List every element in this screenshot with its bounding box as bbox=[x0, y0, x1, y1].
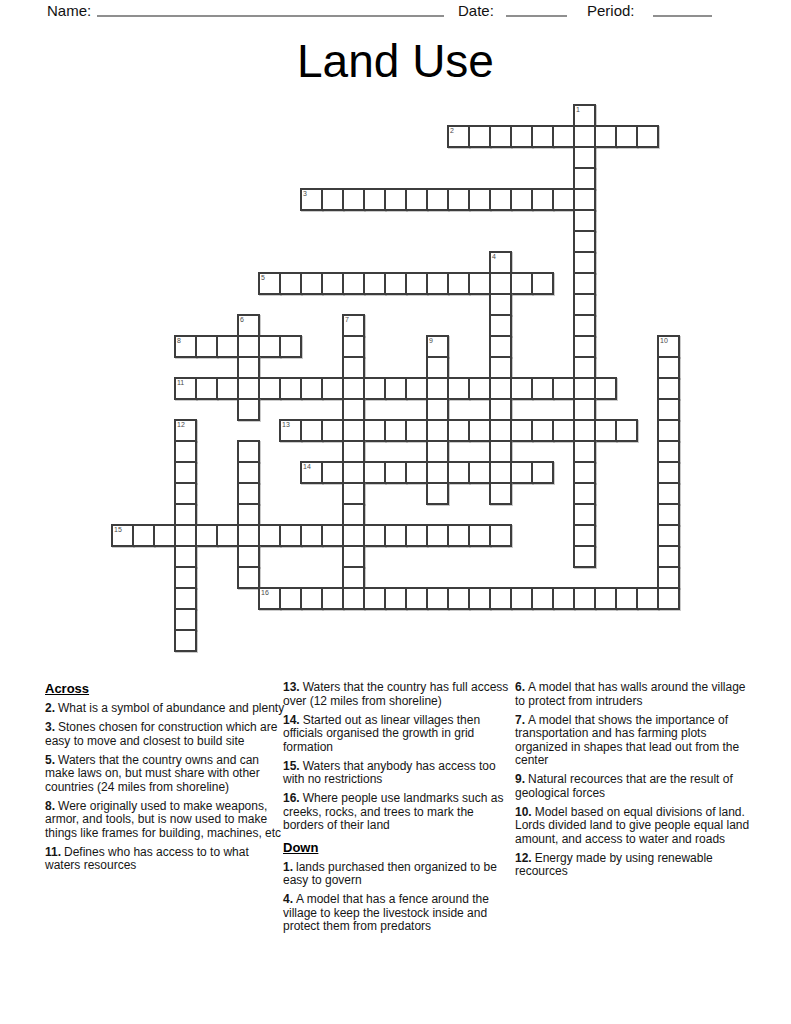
grid-cell[interactable] bbox=[342, 335, 365, 358]
grid-cell[interactable] bbox=[195, 377, 218, 400]
grid-cell[interactable] bbox=[342, 419, 365, 442]
grid-cell[interactable] bbox=[237, 545, 260, 568]
grid-cell[interactable] bbox=[552, 125, 575, 148]
grid-cell[interactable] bbox=[363, 419, 386, 442]
grid-cell[interactable] bbox=[594, 125, 617, 148]
grid-cell[interactable] bbox=[468, 188, 491, 211]
grid-cell[interactable] bbox=[426, 356, 449, 379]
clue-down-1: 1.lands purchased then organized to be e… bbox=[283, 861, 511, 888]
grid-cell[interactable] bbox=[531, 125, 554, 148]
clue-across-15: 15.Waters that anybody has access too wi… bbox=[283, 760, 511, 787]
grid-cell[interactable] bbox=[237, 356, 260, 379]
grid-cell[interactable] bbox=[174, 482, 197, 505]
grid-cell[interactable] bbox=[573, 461, 596, 484]
grid-cell[interactable] bbox=[657, 419, 680, 442]
clue-number: 12. bbox=[515, 851, 532, 865]
clue-text: Were originally used to make weapons, ar… bbox=[45, 799, 281, 840]
grid-cell[interactable] bbox=[405, 524, 428, 547]
grid-cell[interactable] bbox=[342, 503, 365, 526]
grid-cell[interactable] bbox=[405, 188, 428, 211]
clue-number: 11 bbox=[177, 379, 184, 387]
grid-cell[interactable] bbox=[216, 377, 239, 400]
grid-cell[interactable] bbox=[426, 188, 449, 211]
grid-cell[interactable] bbox=[657, 398, 680, 421]
name-blank-line[interactable] bbox=[97, 15, 444, 17]
grid-cell[interactable] bbox=[174, 524, 197, 547]
clue-number: 13. bbox=[283, 680, 300, 694]
grid-cell[interactable] bbox=[573, 230, 596, 253]
grid-cell[interactable] bbox=[384, 524, 407, 547]
grid-cell[interactable] bbox=[447, 461, 470, 484]
grid-cell[interactable] bbox=[489, 272, 512, 295]
name-label: Name: bbox=[47, 2, 91, 19]
grid-cell[interactable] bbox=[510, 461, 533, 484]
clue-number: 9 bbox=[429, 337, 433, 345]
grid-cell[interactable] bbox=[573, 482, 596, 505]
grid-cell[interactable] bbox=[531, 587, 554, 610]
clue-text: What is a symbol of abundance and plenty bbox=[58, 701, 284, 715]
down-heading: Down bbox=[283, 840, 511, 855]
grid-cell[interactable] bbox=[657, 356, 680, 379]
grid-cell[interactable]: 9 bbox=[426, 335, 449, 358]
grid-cell[interactable] bbox=[531, 377, 554, 400]
clue-across-5: 5.Waters that the country owns and can m… bbox=[45, 754, 285, 795]
grid-cell[interactable] bbox=[342, 377, 365, 400]
grid-cell[interactable] bbox=[489, 188, 512, 211]
grid-cell[interactable] bbox=[573, 272, 596, 295]
grid-cell[interactable] bbox=[594, 377, 617, 400]
clue-across-3: 3.Stones chosen for construction which a… bbox=[45, 721, 285, 748]
grid-cell[interactable] bbox=[237, 524, 260, 547]
grid-cell[interactable] bbox=[573, 524, 596, 547]
grid-cell[interactable] bbox=[489, 335, 512, 358]
grid-cell[interactable] bbox=[552, 377, 575, 400]
grid-cell[interactable] bbox=[468, 125, 491, 148]
grid-cell[interactable]: 4 bbox=[489, 251, 512, 274]
grid-cell[interactable] bbox=[426, 377, 449, 400]
clue-number: 14. bbox=[283, 713, 300, 727]
grid-cell[interactable] bbox=[489, 293, 512, 316]
grid-cell[interactable] bbox=[237, 566, 260, 589]
grid-cell[interactable] bbox=[489, 587, 512, 610]
grid-cell[interactable] bbox=[573, 356, 596, 379]
grid-cell[interactable] bbox=[426, 398, 449, 421]
clue-down-6: 6.A model that has walls around the vill… bbox=[515, 681, 757, 708]
clues-column-3: 6.A model that has walls around the vill… bbox=[515, 681, 757, 884]
clue-number: 5 bbox=[261, 274, 265, 282]
grid-cell[interactable] bbox=[510, 125, 533, 148]
grid-cell[interactable]: 16 bbox=[258, 587, 281, 610]
grid-cell[interactable] bbox=[510, 377, 533, 400]
grid-cell[interactable]: 7 bbox=[342, 314, 365, 337]
clue-text: Energy made by using renewable recources bbox=[515, 851, 713, 879]
grid-cell[interactable] bbox=[384, 272, 407, 295]
grid-cell[interactable] bbox=[447, 377, 470, 400]
grid-cell[interactable] bbox=[573, 146, 596, 169]
grid-cell[interactable] bbox=[489, 482, 512, 505]
grid-cell[interactable] bbox=[636, 125, 659, 148]
grid-cell[interactable] bbox=[174, 587, 197, 610]
grid-cell[interactable] bbox=[468, 461, 491, 484]
grid-cell[interactable] bbox=[300, 272, 323, 295]
grid-cell[interactable] bbox=[657, 377, 680, 400]
grid-cell[interactable] bbox=[468, 524, 491, 547]
grid-cell[interactable] bbox=[174, 440, 197, 463]
clue-text: Model based on equal divisions of land. … bbox=[515, 805, 749, 846]
grid-cell[interactable] bbox=[132, 524, 155, 547]
grid-cell[interactable] bbox=[384, 419, 407, 442]
grid-cell[interactable] bbox=[237, 377, 260, 400]
grid-cell[interactable] bbox=[489, 356, 512, 379]
period-blank-line[interactable] bbox=[653, 15, 712, 17]
grid-cell[interactable] bbox=[489, 524, 512, 547]
grid-cell[interactable] bbox=[489, 440, 512, 463]
grid-cell[interactable] bbox=[426, 482, 449, 505]
grid-cell[interactable] bbox=[510, 419, 533, 442]
grid-cell[interactable] bbox=[237, 461, 260, 484]
grid-cell[interactable]: 1 bbox=[573, 104, 596, 127]
clue-across-14: 14.Started out as linear villages then o… bbox=[283, 714, 511, 755]
clue-number: 4 bbox=[492, 253, 496, 261]
clue-text: A model that has walls around the villag… bbox=[515, 680, 745, 708]
clue-number: 14 bbox=[303, 463, 311, 471]
clue-text: lands purchased then organized to be eas… bbox=[283, 860, 497, 888]
clue-number: 7. bbox=[515, 713, 525, 727]
grid-cell[interactable] bbox=[342, 524, 365, 547]
grid-cell[interactable] bbox=[489, 314, 512, 337]
clue-number: 3 bbox=[303, 190, 307, 198]
clue-text: Waters that the country owns and can mak… bbox=[45, 753, 260, 794]
grid-cell[interactable] bbox=[279, 377, 302, 400]
grid-cell[interactable] bbox=[573, 440, 596, 463]
grid-cell[interactable] bbox=[321, 377, 344, 400]
clue-number: 1. bbox=[283, 860, 293, 874]
grid-cell[interactable] bbox=[174, 503, 197, 526]
grid-cell[interactable] bbox=[447, 587, 470, 610]
grid-cell[interactable] bbox=[510, 587, 533, 610]
grid-cell[interactable] bbox=[489, 398, 512, 421]
grid-cell[interactable] bbox=[342, 398, 365, 421]
grid-cell[interactable]: 11 bbox=[174, 377, 197, 400]
grid-cell[interactable] bbox=[531, 461, 554, 484]
grid-cell[interactable] bbox=[216, 335, 239, 358]
grid-cell[interactable] bbox=[300, 377, 323, 400]
clue-number: 10 bbox=[660, 337, 668, 345]
clue-number: 3. bbox=[45, 720, 55, 734]
grid-cell[interactable] bbox=[573, 419, 596, 442]
clue-number: 16. bbox=[283, 791, 300, 805]
grid-cell[interactable] bbox=[174, 461, 197, 484]
grid-cell[interactable]: 15 bbox=[111, 524, 134, 547]
date-blank-line[interactable] bbox=[506, 15, 567, 17]
grid-cell[interactable] bbox=[174, 608, 197, 631]
grid-cell[interactable] bbox=[657, 566, 680, 589]
grid-cell[interactable]: 13 bbox=[279, 419, 302, 442]
grid-cell[interactable] bbox=[468, 587, 491, 610]
grid-cell[interactable] bbox=[237, 398, 260, 421]
grid-cell[interactable] bbox=[405, 587, 428, 610]
clue-number: 12 bbox=[177, 421, 185, 429]
grid-cell[interactable] bbox=[321, 587, 344, 610]
grid-cell[interactable] bbox=[195, 335, 218, 358]
grid-cell[interactable]: 14 bbox=[300, 461, 323, 484]
period-label: Period: bbox=[587, 2, 635, 19]
grid-cell[interactable] bbox=[258, 335, 281, 358]
grid-cell[interactable] bbox=[279, 524, 302, 547]
grid-cell[interactable] bbox=[489, 125, 512, 148]
grid-cell[interactable] bbox=[342, 461, 365, 484]
date-label: Date: bbox=[458, 2, 494, 19]
grid-cell[interactable]: 2 bbox=[447, 125, 470, 148]
grid-cell[interactable] bbox=[510, 272, 533, 295]
grid-cell[interactable] bbox=[363, 188, 386, 211]
grid-cell[interactable] bbox=[510, 188, 533, 211]
clue-number: 2 bbox=[450, 127, 454, 135]
grid-cell[interactable] bbox=[447, 188, 470, 211]
grid-cell[interactable] bbox=[258, 524, 281, 547]
grid-cell[interactable] bbox=[552, 188, 575, 211]
grid-cell[interactable] bbox=[174, 566, 197, 589]
grid-cell[interactable] bbox=[174, 629, 197, 652]
grid-cell[interactable] bbox=[573, 125, 596, 148]
grid-cell[interactable] bbox=[573, 545, 596, 568]
grid-cell[interactable] bbox=[384, 188, 407, 211]
grid-cell[interactable] bbox=[279, 587, 302, 610]
grid-cell[interactable] bbox=[573, 377, 596, 400]
grid-cell[interactable] bbox=[237, 440, 260, 463]
clue-text: Waters that anybody has access too with … bbox=[283, 759, 496, 787]
grid-cell[interactable] bbox=[573, 587, 596, 610]
grid-cell[interactable] bbox=[321, 461, 344, 484]
grid-cell[interactable] bbox=[573, 503, 596, 526]
grid-cell[interactable] bbox=[657, 440, 680, 463]
grid-cell[interactable]: 6 bbox=[237, 314, 260, 337]
clue-text: Defines who has access to to what waters… bbox=[45, 845, 249, 873]
grid-cell[interactable] bbox=[573, 167, 596, 190]
grid-cell[interactable] bbox=[300, 524, 323, 547]
grid-cell[interactable] bbox=[426, 461, 449, 484]
grid-cell[interactable] bbox=[573, 188, 596, 211]
grid-cell[interactable] bbox=[405, 461, 428, 484]
grid-cell[interactable] bbox=[405, 377, 428, 400]
grid-cell[interactable] bbox=[552, 587, 575, 610]
grid-cell[interactable] bbox=[363, 377, 386, 400]
clue-text: Natural recources that are the result of… bbox=[515, 772, 733, 800]
crossword-grid: 12345678910111213141516 bbox=[112, 105, 680, 652]
grid-cell[interactable] bbox=[531, 188, 554, 211]
grid-cell[interactable] bbox=[447, 524, 470, 547]
grid-cell[interactable] bbox=[300, 419, 323, 442]
grid-cell[interactable] bbox=[279, 335, 302, 358]
clue-number: 9. bbox=[515, 772, 525, 786]
clue-number: 1 bbox=[576, 106, 580, 114]
clue-number: 15 bbox=[114, 526, 122, 534]
grid-cell[interactable] bbox=[342, 587, 365, 610]
clue-across-2: 2.What is a symbol of abundance and plen… bbox=[45, 702, 285, 716]
grid-cell[interactable] bbox=[657, 524, 680, 547]
clue-text: Where people use landmarks such as creek… bbox=[283, 791, 503, 832]
grid-cell[interactable] bbox=[405, 419, 428, 442]
clue-text: Waters that the country has full access … bbox=[283, 680, 508, 708]
grid-cell[interactable] bbox=[342, 440, 365, 463]
clue-number: 2. bbox=[45, 701, 55, 715]
across-heading: Across bbox=[45, 681, 285, 696]
grid-cell[interactable] bbox=[531, 419, 554, 442]
grid-cell[interactable] bbox=[258, 377, 281, 400]
clue-number: 6 bbox=[240, 316, 244, 324]
grid-cell[interactable]: 3 bbox=[300, 188, 323, 211]
grid-cell[interactable] bbox=[342, 545, 365, 568]
grid-cell[interactable] bbox=[657, 461, 680, 484]
grid-cell[interactable] bbox=[363, 461, 386, 484]
grid-cell[interactable] bbox=[573, 251, 596, 274]
clue-number: 16 bbox=[261, 589, 269, 597]
grid-cell[interactable] bbox=[594, 587, 617, 610]
grid-cell[interactable] bbox=[552, 419, 575, 442]
clues-column-1: Across 2.What is a symbol of abundance a… bbox=[45, 681, 285, 878]
clue-across-11: 11.Defines who has access to to what wat… bbox=[45, 846, 285, 873]
grid-cell[interactable] bbox=[615, 419, 638, 442]
grid-cell[interactable] bbox=[426, 272, 449, 295]
grid-cell[interactable] bbox=[153, 524, 176, 547]
grid-cell[interactable]: 10 bbox=[657, 335, 680, 358]
clue-number: 15. bbox=[283, 759, 300, 773]
worksheet-page: Name: Date: Period: Land Use 12345678910… bbox=[0, 0, 791, 1024]
grid-cell[interactable] bbox=[321, 524, 344, 547]
grid-cell[interactable] bbox=[237, 335, 260, 358]
clue-across-8: 8.Were originally used to make weapons, … bbox=[45, 800, 285, 841]
clues-column-2: 13.Waters that the country has full acce… bbox=[283, 681, 511, 939]
clue-number: 8 bbox=[177, 337, 181, 345]
grid-cell[interactable] bbox=[321, 188, 344, 211]
clue-number: 5. bbox=[45, 753, 55, 767]
grid-cell[interactable] bbox=[615, 125, 638, 148]
grid-cell[interactable] bbox=[321, 419, 344, 442]
clue-number: 13 bbox=[282, 421, 290, 429]
grid-cell[interactable] bbox=[447, 419, 470, 442]
grid-cell[interactable] bbox=[468, 377, 491, 400]
clue-text: A model that has a fence around the vill… bbox=[283, 892, 489, 933]
grid-cell[interactable] bbox=[342, 356, 365, 379]
clue-down-10: 10.Model based on equal divisions of lan… bbox=[515, 806, 757, 847]
grid-cell[interactable] bbox=[384, 587, 407, 610]
grid-cell[interactable] bbox=[216, 524, 239, 547]
clue-across-13: 13.Waters that the country has full acce… bbox=[283, 681, 511, 708]
grid-cell[interactable] bbox=[174, 545, 197, 568]
clue-number: 6. bbox=[515, 680, 525, 694]
grid-cell[interactable] bbox=[237, 503, 260, 526]
grid-cell[interactable] bbox=[426, 440, 449, 463]
clue-down-9: 9.Natural recources that are the result … bbox=[515, 773, 757, 800]
clue-number: 7 bbox=[345, 316, 349, 324]
grid-cell[interactable] bbox=[573, 398, 596, 421]
grid-cell[interactable] bbox=[489, 419, 512, 442]
grid-cell[interactable] bbox=[447, 272, 470, 295]
grid-cell[interactable] bbox=[384, 377, 407, 400]
grid-cell[interactable] bbox=[657, 503, 680, 526]
clue-down-4: 4.A model that has a fence around the vi… bbox=[283, 893, 511, 934]
grid-cell[interactable] bbox=[615, 587, 638, 610]
grid-cell[interactable] bbox=[573, 209, 596, 232]
clue-text: Stones chosen for construction which are… bbox=[45, 720, 277, 748]
grid-cell[interactable] bbox=[657, 482, 680, 505]
grid-cell[interactable] bbox=[300, 587, 323, 610]
grid-cell[interactable] bbox=[531, 272, 554, 295]
grid-cell[interactable] bbox=[363, 524, 386, 547]
grid-cell[interactable]: 5 bbox=[258, 272, 281, 295]
grid-cell[interactable] bbox=[342, 188, 365, 211]
grid-cell[interactable] bbox=[321, 272, 344, 295]
grid-cell[interactable] bbox=[657, 545, 680, 568]
grid-cell[interactable] bbox=[636, 587, 659, 610]
clue-number: 11. bbox=[45, 845, 61, 859]
grid-cell[interactable] bbox=[363, 272, 386, 295]
grid-cell[interactable] bbox=[426, 419, 449, 442]
grid-cell[interactable] bbox=[657, 587, 680, 610]
grid-cell[interactable] bbox=[195, 524, 218, 547]
grid-cell[interactable] bbox=[468, 419, 491, 442]
grid-cell[interactable] bbox=[342, 482, 365, 505]
grid-cell[interactable] bbox=[489, 377, 512, 400]
grid-cell[interactable] bbox=[342, 272, 365, 295]
clue-number: 8. bbox=[45, 799, 55, 813]
page-title: Land Use bbox=[0, 34, 791, 88]
grid-cell[interactable] bbox=[573, 293, 596, 316]
grid-cell[interactable] bbox=[237, 482, 260, 505]
grid-cell[interactable]: 12 bbox=[174, 419, 197, 442]
grid-cell[interactable] bbox=[405, 272, 428, 295]
grid-cell[interactable] bbox=[384, 461, 407, 484]
clue-down-12: 12.Energy made by using renewable recour… bbox=[515, 852, 757, 879]
grid-cell[interactable]: 8 bbox=[174, 335, 197, 358]
grid-cell[interactable] bbox=[594, 419, 617, 442]
clue-text: Started out as linear villages then offi… bbox=[283, 713, 480, 754]
grid-cell[interactable] bbox=[426, 587, 449, 610]
grid-cell[interactable] bbox=[342, 566, 365, 589]
grid-cell[interactable] bbox=[489, 461, 512, 484]
clue-across-16: 16.Where people use landmarks such as cr… bbox=[283, 792, 511, 833]
clue-number: 4. bbox=[283, 892, 293, 906]
clue-down-7: 7.A model that shows the importance of t… bbox=[515, 714, 757, 768]
clue-text: A model that shows the importance of tra… bbox=[515, 713, 739, 768]
grid-cell[interactable] bbox=[573, 314, 596, 337]
clue-number: 10. bbox=[515, 805, 532, 819]
grid-cell[interactable] bbox=[468, 272, 491, 295]
grid-cell[interactable] bbox=[573, 335, 596, 358]
grid-cell[interactable] bbox=[426, 524, 449, 547]
grid-cell[interactable] bbox=[363, 587, 386, 610]
grid-cell[interactable] bbox=[279, 272, 302, 295]
